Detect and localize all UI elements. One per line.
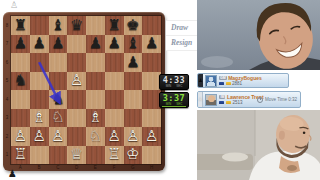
- black-pawn[interactable]: ♟: [126, 55, 139, 70]
- file-label: H: [142, 164, 161, 171]
- square-b8[interactable]: [30, 16, 49, 35]
- square-g5[interactable]: [124, 72, 143, 91]
- sec-label: SEC: [176, 84, 182, 88]
- black-side-indicator-icon: ♟: [198, 74, 203, 87]
- move-time-clock-icon: [257, 97, 263, 103]
- white-pawn[interactable]: ♙: [126, 129, 139, 144]
- rank-label: 1: [3, 146, 11, 165]
- white-rook[interactable]: ♖: [14, 147, 27, 162]
- captured-black-pieces-tray: ♟: [8, 168, 17, 180]
- black-bishop[interactable]: ♝: [51, 18, 64, 33]
- square-g3[interactable]: [124, 109, 143, 128]
- white-knight[interactable]: ♘: [89, 129, 102, 144]
- square-b7[interactable]: ♟: [30, 35, 49, 54]
- player-bar-white[interactable]: ♙ IM Lawrence Trent 2513 Move Time 0:32: [197, 91, 301, 108]
- title-badge: IM: [219, 95, 225, 100]
- white-side-indicator-icon: ♙: [198, 92, 203, 107]
- rank-label: 4: [3, 90, 11, 109]
- move-time-text: Move Time 0:32: [265, 97, 297, 102]
- square-a3[interactable]: [11, 109, 30, 128]
- square-h6[interactable]: [142, 53, 161, 72]
- app-window: ♙ 87654321 ABCDEFGH ♜♝♛♜♚♟♟♟♟♟♝♟♟♞♙♞♗♘♗♙…: [0, 0, 320, 180]
- square-g1[interactable]: ♔: [124, 146, 143, 165]
- flag-icon: [219, 101, 224, 105]
- square-f8[interactable]: ♜: [105, 16, 124, 35]
- square-f7[interactable]: ♟: [105, 35, 124, 54]
- federation-icon: [226, 82, 231, 86]
- square-h3[interactable]: [142, 109, 161, 128]
- square-f2[interactable]: ♙: [105, 127, 124, 146]
- file-label: G: [124, 164, 143, 171]
- square-c6[interactable]: [49, 53, 68, 72]
- captured-black-pawn-icon: ♟: [8, 168, 17, 179]
- rank-label: 5: [3, 72, 11, 91]
- white-pawn[interactable]: ♙: [145, 129, 158, 144]
- white-rook[interactable]: ♖: [107, 147, 120, 162]
- black-pawn[interactable]: ♟: [32, 36, 45, 51]
- file-label: C: [49, 164, 68, 171]
- sec-label: SEC: [176, 102, 182, 106]
- square-a2[interactable]: ♙: [11, 127, 30, 146]
- white-player-clock: 3:37 MIN SEC: [159, 92, 189, 108]
- black-knight[interactable]: ♞: [14, 73, 27, 88]
- federation-icon: [226, 101, 231, 105]
- file-labels: ABCDEFGH: [11, 164, 161, 171]
- square-b3[interactable]: ♗: [30, 109, 49, 128]
- webcam-top-player: [197, 0, 320, 70]
- black-queen[interactable]: ♛: [70, 18, 83, 33]
- square-g4[interactable]: [124, 90, 143, 109]
- file-label: D: [67, 164, 86, 171]
- square-h7[interactable]: ♟: [142, 35, 161, 54]
- title-badge: GM: [219, 76, 227, 81]
- square-g2[interactable]: ♙: [124, 127, 143, 146]
- square-c4[interactable]: ♞: [49, 90, 68, 109]
- black-king[interactable]: ♚: [126, 18, 139, 33]
- white-player-rating: 2513: [232, 100, 242, 106]
- square-d2[interactable]: [67, 127, 86, 146]
- square-d8[interactable]: ♛: [67, 16, 86, 35]
- black-clock-time: 4:33: [163, 76, 185, 84]
- black-rook[interactable]: ♜: [14, 18, 27, 33]
- square-f5[interactable]: [105, 72, 124, 91]
- square-d6[interactable]: [67, 53, 86, 72]
- rank-label: 8: [3, 16, 11, 35]
- white-knight[interactable]: ♘: [51, 110, 64, 125]
- chess-board: 87654321 ABCDEFGH ♜♝♛♜♚♟♟♟♟♟♝♟♟♞♙♞♗♘♗♙♙♙…: [3, 12, 165, 171]
- webcam-bottom-player: [197, 110, 320, 180]
- black-pawn[interactable]: ♟: [51, 36, 64, 51]
- square-b5[interactable]: [30, 72, 49, 91]
- square-f3[interactable]: [105, 109, 124, 128]
- rank-label: 2: [3, 127, 11, 146]
- square-e5[interactable]: [86, 72, 105, 91]
- square-a8[interactable]: ♜: [11, 16, 30, 35]
- white-pawn[interactable]: ♙: [70, 73, 83, 88]
- square-d7[interactable]: [67, 35, 86, 54]
- square-c8[interactable]: ♝: [49, 16, 68, 35]
- draw-button[interactable]: Draw: [166, 20, 197, 36]
- square-h8[interactable]: [142, 16, 161, 35]
- white-pawn[interactable]: ♙: [107, 129, 120, 144]
- file-label: F: [105, 164, 124, 171]
- square-e2[interactable]: ♘: [86, 127, 105, 146]
- square-e7[interactable]: ♟: [86, 35, 105, 54]
- square-h2[interactable]: ♙: [142, 127, 161, 146]
- square-b1[interactable]: [30, 146, 49, 165]
- white-bishop[interactable]: ♗: [89, 110, 102, 125]
- square-e6[interactable]: [86, 53, 105, 72]
- game-actions: Draw Resign: [166, 20, 197, 51]
- rank-labels: 87654321: [3, 16, 11, 164]
- captured-white-pawn-icon: ♙: [10, 0, 18, 10]
- min-label: MIN: [166, 102, 172, 106]
- black-player-clock: 4:33 MIN SEC: [159, 74, 189, 90]
- captured-white-pieces-tray: ♙: [10, 0, 18, 11]
- black-pawn[interactable]: ♟: [107, 36, 120, 51]
- white-king[interactable]: ♔: [126, 147, 139, 162]
- white-pawn[interactable]: ♙: [14, 129, 27, 144]
- flag-icon: [219, 82, 224, 86]
- rank-label: 3: [3, 109, 11, 128]
- file-label: B: [30, 164, 49, 171]
- black-pawn[interactable]: ♟: [14, 36, 27, 51]
- square-d1[interactable]: ♕: [67, 146, 86, 165]
- square-g7[interactable]: ♝: [124, 35, 143, 54]
- square-c1[interactable]: [49, 146, 68, 165]
- square-d3[interactable]: [67, 109, 86, 128]
- square-e8[interactable]: [86, 16, 105, 35]
- black-pawn[interactable]: ♟: [145, 36, 158, 51]
- clocks: 4:33 MIN SEC 3:37 MIN SEC: [159, 74, 189, 110]
- square-a1[interactable]: ♖: [11, 146, 30, 165]
- square-a4[interactable]: [11, 90, 30, 109]
- rank-label: 7: [3, 35, 11, 54]
- square-f6[interactable]: [105, 53, 124, 72]
- square-e4[interactable]: [86, 90, 105, 109]
- square-d4[interactable]: [67, 90, 86, 109]
- rank-label: 6: [3, 53, 11, 72]
- square-c5[interactable]: [49, 72, 68, 91]
- black-player-rating: 2881: [232, 81, 242, 87]
- resign-button[interactable]: Resign: [166, 36, 197, 51]
- chess-board-grid[interactable]: ♜♝♛♜♚♟♟♟♟♟♝♟♟♞♙♞♗♘♗♙♙♙♘♙♙♙♖♕♖♔: [11, 16, 161, 164]
- black-knight[interactable]: ♞: [51, 92, 64, 107]
- square-a6[interactable]: [11, 53, 30, 72]
- square-f4[interactable]: [105, 90, 124, 109]
- square-a5[interactable]: ♞: [11, 72, 30, 91]
- white-queen[interactable]: ♕: [70, 147, 83, 162]
- square-c3[interactable]: ♘: [49, 109, 68, 128]
- square-h1[interactable]: [142, 146, 161, 165]
- black-rook[interactable]: ♜: [107, 18, 120, 33]
- square-b4[interactable]: [30, 90, 49, 109]
- white-clock-time: 3:37: [163, 94, 185, 102]
- avatar-black-player: [205, 75, 217, 87]
- file-label: E: [86, 164, 105, 171]
- black-pawn[interactable]: ♟: [89, 36, 102, 51]
- white-bishop[interactable]: ♗: [32, 110, 45, 125]
- square-g6[interactable]: ♟: [124, 53, 143, 72]
- white-pawn[interactable]: ♙: [51, 129, 64, 144]
- player-bar-black[interactable]: ♟ GM MagzyBogues 2881: [197, 73, 289, 88]
- square-b6[interactable]: [30, 53, 49, 72]
- black-bishop[interactable]: ♝: [126, 36, 139, 51]
- square-d5[interactable]: ♙: [67, 72, 86, 91]
- square-a7[interactable]: ♟: [11, 35, 30, 54]
- square-e3[interactable]: ♗: [86, 109, 105, 128]
- square-e1[interactable]: [86, 146, 105, 165]
- min-label: MIN: [166, 84, 172, 88]
- square-b2[interactable]: ♙: [30, 127, 49, 146]
- square-c7[interactable]: ♟: [49, 35, 68, 54]
- square-f1[interactable]: ♖: [105, 146, 124, 165]
- square-g8[interactable]: ♚: [124, 16, 143, 35]
- square-c2[interactable]: ♙: [49, 127, 68, 146]
- white-pawn[interactable]: ♙: [32, 129, 45, 144]
- avatar-white-player: [205, 94, 217, 106]
